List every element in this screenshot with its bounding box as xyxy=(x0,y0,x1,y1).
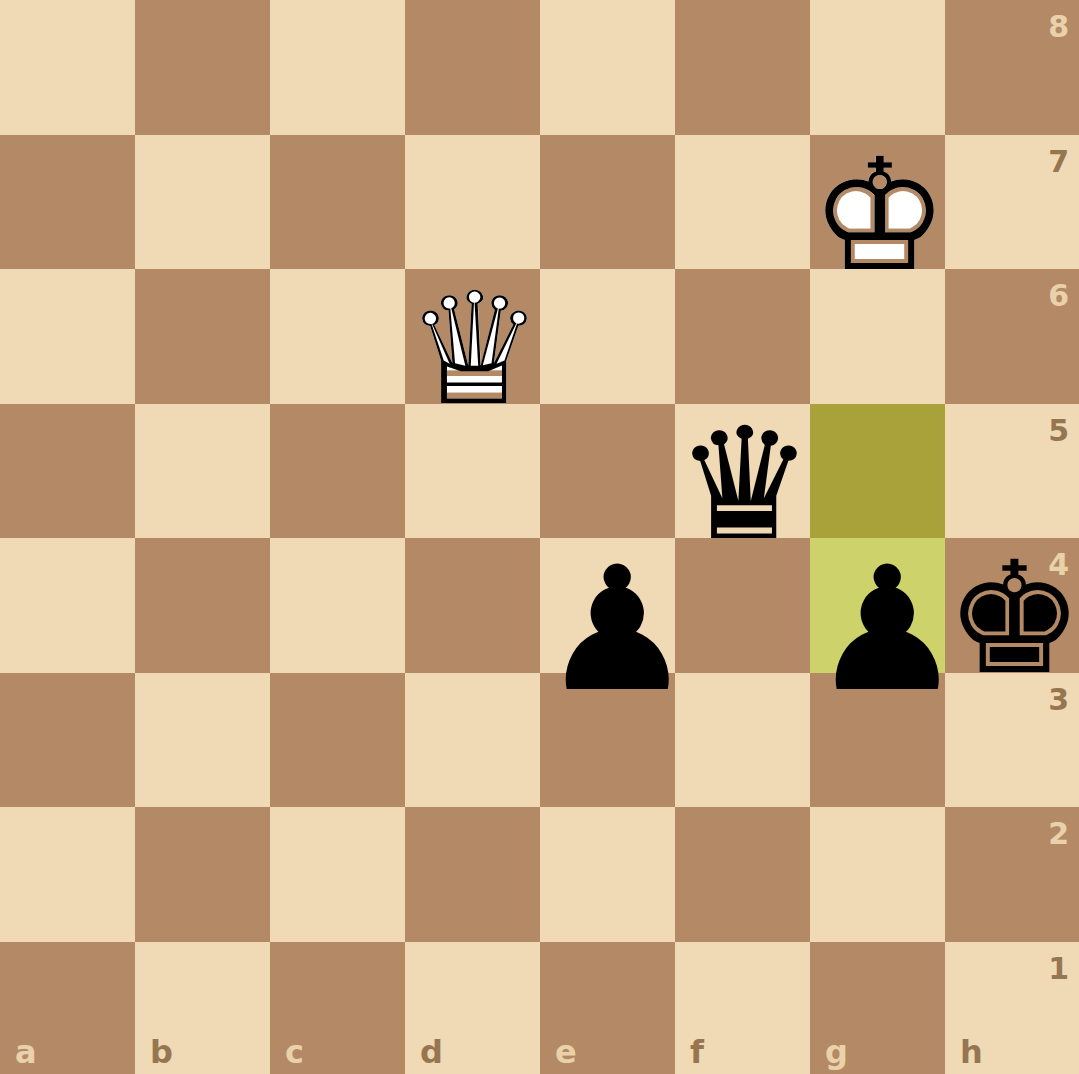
square-e1[interactable]: e xyxy=(540,942,675,1074)
square-d2[interactable] xyxy=(405,807,540,942)
rank-label-3: 3 xyxy=(1048,682,1069,717)
square-g1[interactable]: g xyxy=(810,942,945,1074)
rank-label-1: 1 xyxy=(1048,951,1069,986)
black-pawn-g4[interactable]: ♟ xyxy=(810,538,945,673)
white-piece-outline: ♔ xyxy=(810,138,949,293)
square-c4[interactable] xyxy=(270,538,405,673)
square-e7[interactable] xyxy=(540,135,675,270)
rank-label-6: 6 xyxy=(1048,278,1069,313)
square-c8[interactable] xyxy=(270,0,405,135)
square-h8[interactable]: 8 xyxy=(945,0,1079,135)
square-b2[interactable] xyxy=(135,807,270,942)
black-piece-glyph: ♛ xyxy=(675,407,814,562)
square-h2[interactable]: 2 xyxy=(945,807,1079,942)
white-piece-outline: ♕ xyxy=(405,272,544,427)
square-e6[interactable] xyxy=(540,269,675,404)
square-b6[interactable] xyxy=(135,269,270,404)
rank-label-2: 2 xyxy=(1048,816,1069,851)
file-label-e: e xyxy=(555,1033,577,1071)
square-g5[interactable] xyxy=(810,404,945,539)
rank-label-8: 8 xyxy=(1048,9,1069,44)
square-a5[interactable] xyxy=(0,404,135,539)
square-f3[interactable] xyxy=(675,673,810,808)
square-b7[interactable] xyxy=(135,135,270,270)
rank-label-7: 7 xyxy=(1048,144,1069,179)
square-f7[interactable] xyxy=(675,135,810,270)
black-queen-f5[interactable]: ♛ xyxy=(675,404,810,539)
square-e4[interactable]: ♟ xyxy=(540,538,675,673)
square-a8[interactable] xyxy=(0,0,135,135)
square-e5[interactable] xyxy=(540,404,675,539)
white-queen-d6[interactable]: ♛♕ xyxy=(405,269,540,404)
square-f8[interactable] xyxy=(675,0,810,135)
file-label-c: c xyxy=(285,1033,304,1071)
square-f6[interactable] xyxy=(675,269,810,404)
square-b4[interactable] xyxy=(135,538,270,673)
square-g8[interactable] xyxy=(810,0,945,135)
square-c5[interactable] xyxy=(270,404,405,539)
square-h5[interactable]: 5 xyxy=(945,404,1079,539)
file-label-d: d xyxy=(420,1033,443,1071)
square-b5[interactable] xyxy=(135,404,270,539)
square-f1[interactable]: f xyxy=(675,942,810,1074)
square-h1[interactable]: 1h xyxy=(945,942,1079,1074)
square-g2[interactable] xyxy=(810,807,945,942)
square-a1[interactable]: a xyxy=(0,942,135,1074)
black-piece-glyph: ♟ xyxy=(810,544,964,716)
square-g4[interactable]: ♟ xyxy=(810,538,945,673)
square-g7[interactable]: ♚♔ xyxy=(810,135,945,270)
square-e8[interactable] xyxy=(540,0,675,135)
square-d7[interactable] xyxy=(405,135,540,270)
square-d4[interactable] xyxy=(405,538,540,673)
square-c6[interactable] xyxy=(270,269,405,404)
square-h4[interactable]: ♚4 xyxy=(945,538,1079,673)
board-wrap: 8♚♔7♛♕6♛5♟♟♚432abcdefg1h xyxy=(0,0,1079,1074)
square-e2[interactable] xyxy=(540,807,675,942)
square-b8[interactable] xyxy=(135,0,270,135)
square-h7[interactable]: 7 xyxy=(945,135,1079,270)
square-a4[interactable] xyxy=(0,538,135,673)
white-king-g7[interactable]: ♚♔ xyxy=(810,135,945,270)
rank-label-4: 4 xyxy=(1048,547,1069,582)
square-c1[interactable]: c xyxy=(270,942,405,1074)
square-a6[interactable] xyxy=(0,269,135,404)
square-d8[interactable] xyxy=(405,0,540,135)
square-f2[interactable] xyxy=(675,807,810,942)
black-pawn-e4[interactable]: ♟ xyxy=(540,538,675,673)
file-label-g: g xyxy=(825,1033,848,1071)
square-h6[interactable]: 6 xyxy=(945,269,1079,404)
square-c7[interactable] xyxy=(270,135,405,270)
square-a7[interactable] xyxy=(0,135,135,270)
file-label-a: a xyxy=(15,1033,37,1071)
rank-label-5: 5 xyxy=(1048,413,1069,448)
square-a3[interactable] xyxy=(0,673,135,808)
file-label-h: h xyxy=(960,1033,983,1071)
file-label-f: f xyxy=(690,1033,704,1071)
square-a2[interactable] xyxy=(0,807,135,942)
black-piece-glyph: ♟ xyxy=(540,544,694,716)
square-d3[interactable] xyxy=(405,673,540,808)
square-f5[interactable]: ♛ xyxy=(675,404,810,539)
square-b1[interactable]: b xyxy=(135,942,270,1074)
square-c3[interactable] xyxy=(270,673,405,808)
square-d1[interactable]: d xyxy=(405,942,540,1074)
square-b3[interactable] xyxy=(135,673,270,808)
file-label-b: b xyxy=(150,1033,173,1071)
chess-board: 8♚♔7♛♕6♛5♟♟♚432abcdefg1h xyxy=(0,0,1079,1074)
square-c2[interactable] xyxy=(270,807,405,942)
square-d6[interactable]: ♛♕ xyxy=(405,269,540,404)
